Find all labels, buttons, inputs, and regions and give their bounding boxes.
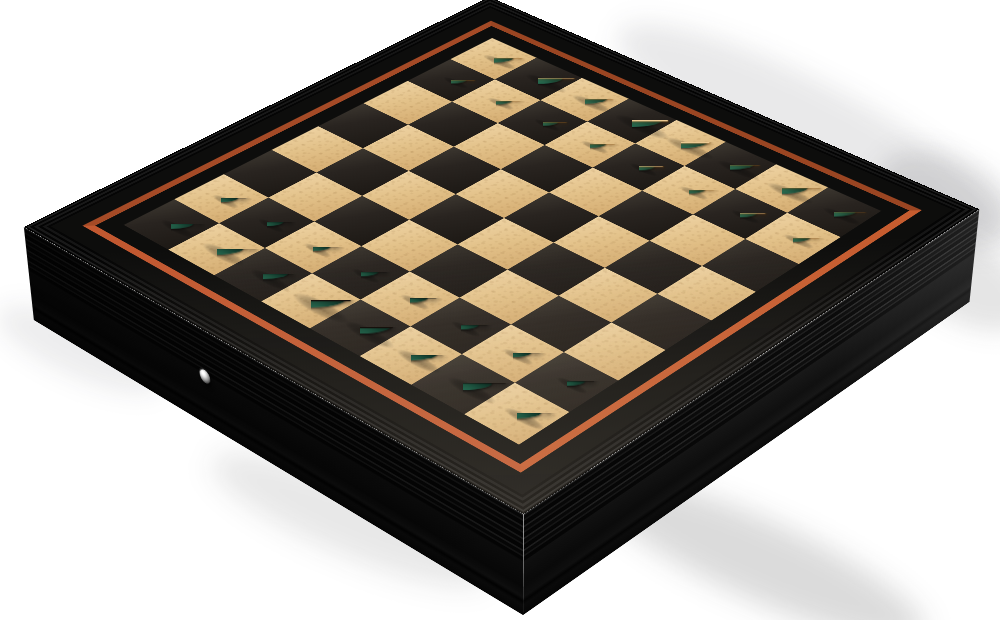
square-a5[interactable] <box>611 294 711 350</box>
square-c4[interactable] <box>554 216 650 268</box>
white-backdrop: ♜♞♝♛♚♝♞♜♟♟♟♟♟♟♟♟♟♟♟♟♟♟♟♟♜♞♝♛♚♝♞♜ <box>0 0 1000 620</box>
square-a4[interactable] <box>657 266 756 321</box>
square-b3[interactable] <box>650 215 746 266</box>
chess-case-top: ♜♞♝♛♚♝♞♜♟♟♟♟♟♟♟♟♟♟♟♟♟♟♟♟♜♞♝♛♚♝♞♜ <box>24 0 979 514</box>
square-b4[interactable] <box>605 241 702 294</box>
drawer-knob[interactable] <box>199 367 210 386</box>
square-a3[interactable] <box>702 239 799 292</box>
white-pawn-glyph: ♟ <box>755 166 831 251</box>
